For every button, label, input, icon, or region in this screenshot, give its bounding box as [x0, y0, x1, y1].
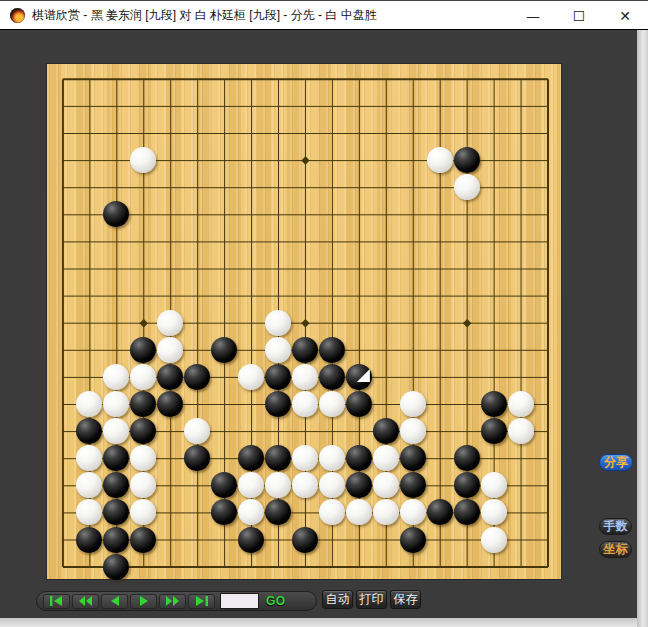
- stone-white: [319, 445, 345, 471]
- navigation-bar: GO: [36, 591, 317, 611]
- first-move-button[interactable]: [43, 594, 70, 609]
- stone-white: [319, 472, 345, 498]
- stone-black: [346, 364, 372, 390]
- stone-white: [292, 364, 318, 390]
- stone-white: [157, 337, 183, 363]
- stone-white: [265, 310, 291, 336]
- first-move-icon: [50, 596, 63, 606]
- stone-black: [454, 499, 480, 525]
- stone-white: [319, 391, 345, 417]
- stone-black: [346, 472, 372, 498]
- stone-white: [373, 472, 399, 498]
- maximize-button[interactable]: ☐: [556, 1, 602, 30]
- stone-black: [346, 445, 372, 471]
- stone-white: [373, 445, 399, 471]
- back-icon: [110, 596, 120, 606]
- close-button[interactable]: ✕: [602, 1, 648, 30]
- stone-black: [427, 499, 453, 525]
- stone-white: [265, 337, 291, 363]
- fast-forward-button[interactable]: [159, 594, 186, 609]
- content-area: 分享 手数 坐标: [0, 30, 637, 618]
- minimize-button[interactable]: —: [510, 1, 556, 30]
- stone-black: [157, 391, 183, 417]
- stone-white: [427, 147, 453, 173]
- stone-white: [292, 445, 318, 471]
- move-number-input[interactable]: [220, 593, 259, 609]
- stone-black: [400, 527, 426, 553]
- stone-black: [103, 527, 129, 553]
- stone-black: [184, 364, 210, 390]
- stone-white: [481, 472, 507, 498]
- stone-black: [319, 364, 345, 390]
- stone-white: [400, 499, 426, 525]
- auto-play-button[interactable]: 自动: [322, 590, 353, 609]
- stone-white: [454, 174, 480, 200]
- stone-black: [373, 418, 399, 444]
- stone-black: [157, 364, 183, 390]
- stone-black: [400, 472, 426, 498]
- stone-white: [373, 499, 399, 525]
- fast-forward-icon: [166, 596, 179, 606]
- stone-black: [454, 445, 480, 471]
- stone-black: [211, 337, 237, 363]
- coordinates-button[interactable]: 坐标: [599, 541, 632, 558]
- titlebar: 棋谱欣赏 - 黑 姜东润 [九段] 对 白 朴廷桓 [九段] - 分先 - 白 …: [0, 0, 648, 30]
- forward-button[interactable]: [130, 594, 157, 609]
- stone-black: [292, 337, 318, 363]
- share-button[interactable]: 分享: [599, 454, 633, 471]
- stone-white: [481, 499, 507, 525]
- stone-black: [238, 527, 264, 553]
- save-button[interactable]: 保存: [390, 590, 421, 609]
- go-button[interactable]: GO: [266, 594, 286, 608]
- stone-black: [130, 527, 156, 553]
- stone-black: [103, 554, 129, 580]
- move-numbers-button[interactable]: 手数: [599, 518, 632, 535]
- stone-black: [265, 445, 291, 471]
- stone-white: [481, 527, 507, 553]
- stone-black: [481, 391, 507, 417]
- stone-black: [76, 527, 102, 553]
- window-right-edge: [637, 30, 648, 627]
- go-board[interactable]: [46, 63, 562, 580]
- fast-back-button[interactable]: [72, 594, 99, 609]
- stone-black: [454, 147, 480, 173]
- window-controls: — ☐ ✕: [510, 1, 648, 30]
- stone-black: [454, 472, 480, 498]
- stone-black: [400, 445, 426, 471]
- stone-white: [400, 418, 426, 444]
- last-move-icon: [195, 596, 208, 606]
- stone-white: [508, 418, 534, 444]
- forward-icon: [139, 596, 149, 606]
- fast-back-icon: [79, 596, 92, 606]
- app-icon: [10, 8, 25, 23]
- stone-white: [130, 364, 156, 390]
- stone-black: [130, 337, 156, 363]
- stone-white: [292, 391, 318, 417]
- stone-black: [346, 391, 372, 417]
- stone-black: [319, 337, 345, 363]
- window-title: 棋谱欣赏 - 黑 姜东润 [九段] 对 白 朴廷桓 [九段] - 分先 - 白 …: [32, 7, 377, 24]
- window-bottom-edge: [0, 618, 637, 627]
- stone-white: [157, 310, 183, 336]
- print-button[interactable]: 打印: [356, 590, 387, 609]
- back-button[interactable]: [101, 594, 128, 609]
- stone-white: [508, 391, 534, 417]
- last-move-button[interactable]: [188, 594, 215, 609]
- stone-black: [292, 527, 318, 553]
- stone-black: [265, 391, 291, 417]
- stone-black: [481, 418, 507, 444]
- last-move-marker: [357, 369, 370, 382]
- stone-white: [238, 364, 264, 390]
- stone-white: [400, 391, 426, 417]
- stone-black: [265, 364, 291, 390]
- stone-white: [103, 364, 129, 390]
